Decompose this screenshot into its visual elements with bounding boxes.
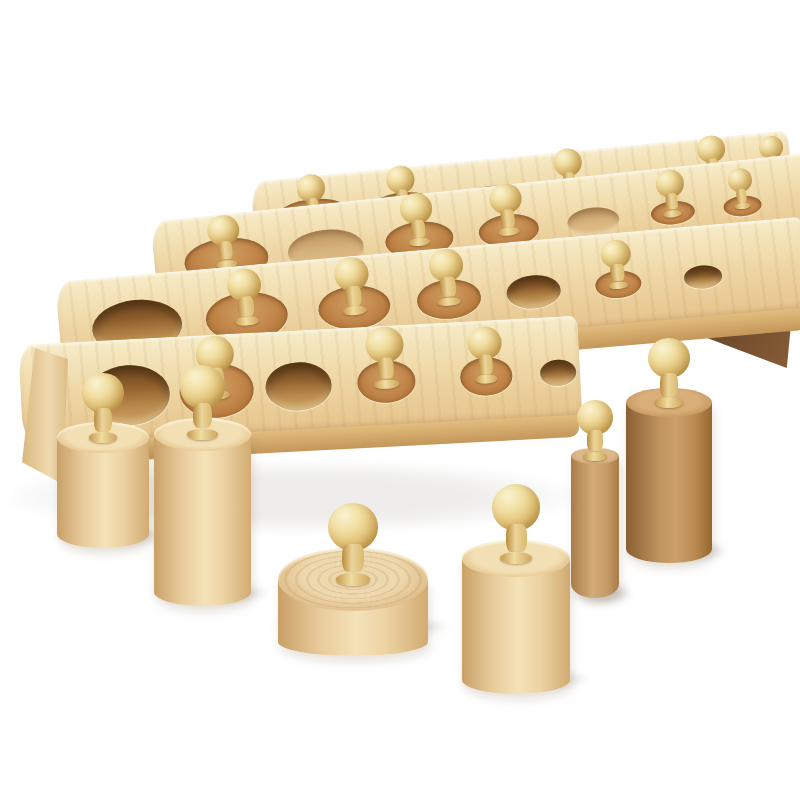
knob-neck bbox=[440, 277, 457, 298]
socket-empty[interactable] bbox=[264, 361, 332, 412]
socket-empty[interactable] bbox=[540, 359, 577, 387]
knob-neck bbox=[218, 241, 234, 260]
cylinder-knob[interactable] bbox=[599, 238, 634, 290]
knob-neck bbox=[478, 355, 494, 375]
knob-base bbox=[336, 573, 369, 585]
cylinder-knob[interactable] bbox=[332, 256, 373, 317]
knob-neck bbox=[500, 209, 516, 228]
knob-neck bbox=[237, 296, 254, 317]
socket-empty[interactable] bbox=[505, 273, 562, 310]
cylinder-body bbox=[462, 558, 570, 694]
knob-neck bbox=[610, 264, 624, 282]
cylinder-body bbox=[626, 403, 712, 563]
knob-base bbox=[187, 429, 217, 440]
knob-base bbox=[89, 432, 117, 443]
knob-base bbox=[374, 379, 400, 390]
knob-neck bbox=[345, 286, 362, 307]
cylinder-body bbox=[571, 456, 619, 598]
cylinder-knob[interactable] bbox=[491, 484, 541, 564]
knob-neck bbox=[587, 430, 603, 451]
cylinder-knob[interactable] bbox=[225, 267, 266, 328]
knob-neck bbox=[735, 188, 747, 203]
cylinder-knob[interactable] bbox=[398, 192, 436, 248]
knob-neck bbox=[410, 219, 426, 238]
cylinder-knob[interactable] bbox=[576, 400, 614, 461]
knob-neck bbox=[377, 357, 395, 379]
knob-neck bbox=[342, 544, 364, 572]
knob-base bbox=[655, 397, 683, 408]
knob-neck bbox=[94, 408, 112, 432]
knob-neck bbox=[506, 524, 527, 551]
knob-base bbox=[583, 452, 607, 461]
cylinder-knob[interactable] bbox=[81, 373, 125, 443]
cylinder-knob[interactable] bbox=[466, 326, 504, 384]
knob-neck bbox=[660, 373, 678, 397]
knob-base bbox=[475, 374, 498, 384]
cylinder-knob[interactable] bbox=[427, 247, 468, 308]
cylinder-knob[interactable] bbox=[487, 182, 525, 238]
cylinder-knob[interactable] bbox=[364, 325, 406, 390]
cylinder-knob[interactable] bbox=[179, 365, 226, 440]
cylinder-knob[interactable] bbox=[327, 503, 379, 586]
socket-empty[interactable] bbox=[683, 264, 723, 290]
cylinder-knob[interactable] bbox=[654, 168, 688, 218]
scene bbox=[0, 0, 800, 800]
knob-ball bbox=[180, 365, 225, 409]
cylinder-knob[interactable] bbox=[205, 213, 243, 269]
cylinder-knob[interactable] bbox=[647, 338, 691, 408]
cylinder-body bbox=[154, 434, 251, 606]
knob-neck bbox=[193, 403, 213, 429]
knob-base bbox=[500, 552, 532, 564]
knob-neck bbox=[665, 193, 679, 210]
cylinder-knob[interactable] bbox=[726, 167, 756, 210]
cylinder-body bbox=[57, 438, 149, 548]
